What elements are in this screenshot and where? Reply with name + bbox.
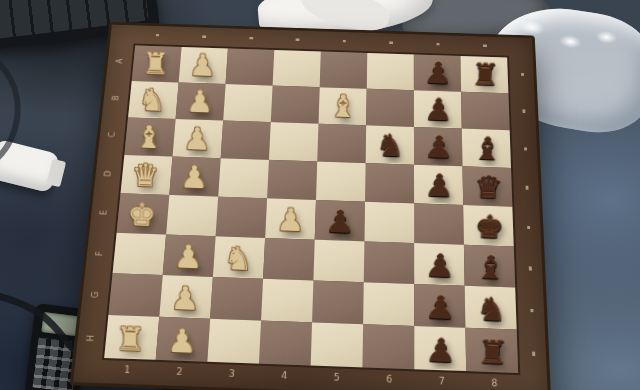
piece-black-P-f7[interactable]: ♟ [414,246,466,285]
piece-black-R-a8[interactable]: ♜ [461,56,510,92]
square-g8[interactable]: ♞ [465,286,517,330]
piece-black-P-e5[interactable]: ♟ [315,202,366,240]
piece-white-N-b1[interactable]: ♞ [128,81,176,118]
piece-white-N-f3[interactable]: ♞ [213,239,264,278]
square-c6[interactable]: ♞ [366,125,414,164]
piece-white-P-g2[interactable]: ♟ [159,279,211,318]
piece-white-P-b2[interactable]: ♟ [176,83,225,120]
square-h4[interactable] [259,320,312,365]
square-e6[interactable] [364,202,414,243]
square-e7[interactable] [414,203,464,244]
piece-black-P-a7[interactable]: ♟ [414,54,463,90]
square-g6[interactable] [363,282,414,326]
square-a5[interactable] [320,51,368,88]
square-f5[interactable] [313,240,364,283]
square-h5[interactable] [311,322,363,367]
square-f8[interactable]: ♝ [464,245,515,288]
square-a3[interactable] [226,48,275,85]
square-b2[interactable]: ♟ [176,83,226,121]
chess-board: ♜♟♟♜♞♟♝♟♝♟♞♟♝♛♟♟♛♚♟♟♚♟♞♟♝♟♟♞♜♟♟♜ 1234567… [70,22,552,390]
square-f1[interactable] [113,233,166,275]
piece-black-K-e8[interactable]: ♚ [464,207,515,245]
square-c3[interactable] [221,121,271,160]
square-b8[interactable] [461,92,510,130]
square-c8[interactable]: ♝ [462,129,511,168]
square-c7[interactable]: ♟ [414,127,463,166]
piece-black-Q-d8[interactable]: ♛ [463,168,514,206]
piece-white-R-a1[interactable]: ♜ [132,45,180,81]
square-d6[interactable] [365,163,414,203]
square-h6[interactable] [362,324,414,369]
square-f6[interactable] [364,241,414,284]
square-b4[interactable] [271,86,320,124]
square-h3[interactable] [207,319,261,364]
square-b1[interactable]: ♞ [128,81,179,119]
piece-black-P-g7[interactable]: ♟ [414,288,467,327]
square-h2[interactable]: ♟ [156,317,210,362]
piece-black-N-c6[interactable]: ♞ [366,126,416,163]
square-c2[interactable]: ♟ [173,119,224,158]
piece-white-P-d2[interactable]: ♟ [169,158,219,196]
piece-white-P-e4[interactable]: ♟ [265,201,316,239]
square-h8[interactable]: ♜ [465,328,518,373]
piece-black-P-c7[interactable]: ♟ [414,128,464,165]
square-g4[interactable] [261,279,313,323]
square-d2[interactable]: ♟ [169,157,220,197]
piece-white-B-c1[interactable]: ♝ [124,118,173,155]
square-c4[interactable] [269,122,319,161]
file-label-D: D [87,165,129,182]
frame-inlay-dots-right [520,56,536,376]
piece-white-B-b5[interactable]: ♝ [318,88,367,125]
square-a1[interactable]: ♜ [132,45,182,82]
piece-white-P-f2[interactable]: ♟ [163,237,214,276]
rank-label-1: 1 [100,363,154,382]
board-grid: ♜♟♟♜♞♟♝♟♝♟♞♟♝♛♟♟♛♚♟♟♚♟♞♟♝♟♟♞♜♟♟♜ [102,44,521,376]
piece-white-P-h2[interactable]: ♟ [156,321,209,361]
square-h7[interactable]: ♟ [414,326,466,371]
square-a4[interactable] [273,50,321,87]
piece-black-B-f8[interactable]: ♝ [465,248,517,287]
white-bottle [0,139,60,193]
square-c1[interactable]: ♝ [124,117,175,156]
square-e2[interactable] [166,195,218,236]
square-a7[interactable]: ♟ [414,54,461,91]
rank-label-5: 5 [310,371,363,390]
square-a6[interactable] [367,53,414,90]
bottle-cap [46,159,66,188]
rank-label-3: 3 [205,367,258,387]
square-e8[interactable]: ♚ [463,205,514,247]
rank-label-6: 6 [363,373,416,390]
piece-white-Q-d1[interactable]: ♛ [121,156,171,194]
rank-label-4: 4 [257,369,310,389]
square-g3[interactable] [210,277,263,321]
file-label-A: A [99,53,139,68]
square-d8[interactable]: ♛ [462,166,512,206]
piece-white-P-a2[interactable]: ♟ [179,47,227,83]
square-d1[interactable]: ♛ [121,155,173,195]
square-c5[interactable] [317,124,366,163]
square-d7[interactable]: ♟ [414,165,463,205]
square-b3[interactable] [223,84,272,122]
square-h1[interactable]: ♜ [104,315,159,360]
piece-white-P-c2[interactable]: ♟ [173,120,222,157]
square-g2[interactable]: ♟ [159,275,213,319]
square-f7[interactable]: ♟ [414,243,465,286]
piece-black-B-c8[interactable]: ♝ [462,130,512,167]
square-d3[interactable] [218,158,269,198]
piece-black-R-h8[interactable]: ♜ [466,332,520,372]
square-g7[interactable]: ♟ [414,284,465,328]
piece-black-P-h7[interactable]: ♟ [414,330,468,370]
square-f2[interactable]: ♟ [163,235,216,277]
square-d5[interactable] [316,161,366,201]
piece-black-N-g8[interactable]: ♞ [465,289,518,328]
file-label-C: C [91,127,132,143]
square-f4[interactable] [263,238,315,280]
file-label-B: B [95,90,135,106]
square-e1[interactable]: ♚ [117,193,170,234]
square-b5[interactable]: ♝ [318,87,366,125]
square-e4[interactable]: ♟ [265,198,316,239]
square-f3[interactable]: ♞ [213,236,265,278]
square-b6[interactable] [366,89,414,127]
square-a8[interactable]: ♜ [460,56,508,93]
square-d4[interactable] [267,160,317,200]
piece-white-R-h1[interactable]: ♜ [104,319,156,358]
rank-label-2: 2 [152,365,206,384]
square-a2[interactable]: ♟ [179,47,228,84]
square-e3[interactable] [216,197,267,238]
square-e5[interactable]: ♟ [315,200,365,241]
square-g5[interactable] [312,280,364,324]
square-g1[interactable] [108,273,162,317]
photo-scene: ♜♟♟♜♞♟♝♟♝♟♞♟♝♛♟♟♛♚♟♟♚♟♞♟♝♟♟♞♜♟♟♜ 1234567… [0,0,640,390]
piece-white-K-e1[interactable]: ♚ [117,195,167,233]
square-b7[interactable]: ♟ [414,90,462,128]
rank-label-7: 7 [415,375,468,390]
piece-black-P-b7[interactable]: ♟ [414,91,463,128]
rank-label-8: 8 [468,377,521,390]
piece-black-P-d7[interactable]: ♟ [414,166,465,204]
